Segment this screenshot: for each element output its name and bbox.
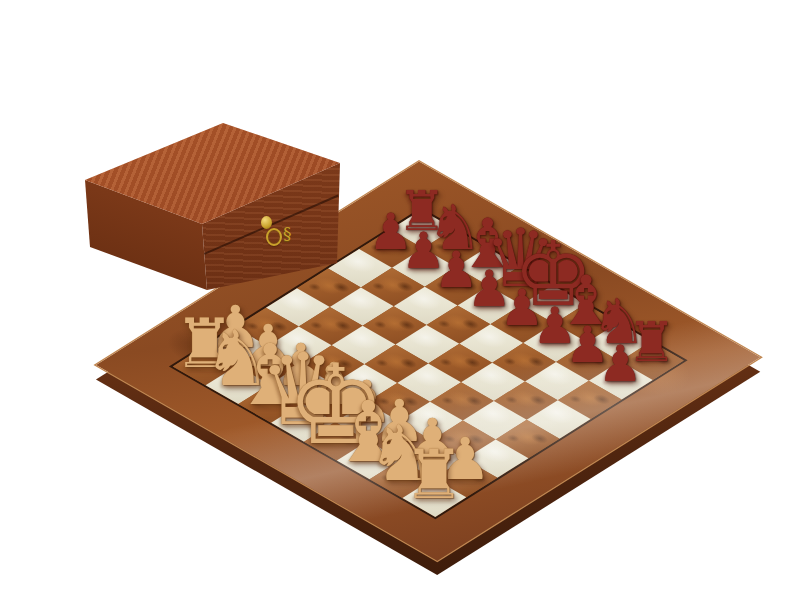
product-photo-canvas: § ♜♞♝♛♚♝♞♜♟♟♟♟♟♟♟♟♟♟♟♟♟♟♟♟♜♞♝♛♚♝♞♜ (0, 0, 800, 600)
brass-key-icon (266, 228, 282, 246)
chess-storage-box: § (80, 115, 345, 295)
brass-lock-icon (261, 216, 272, 229)
brass-key-scroll-icon: § (283, 223, 292, 243)
